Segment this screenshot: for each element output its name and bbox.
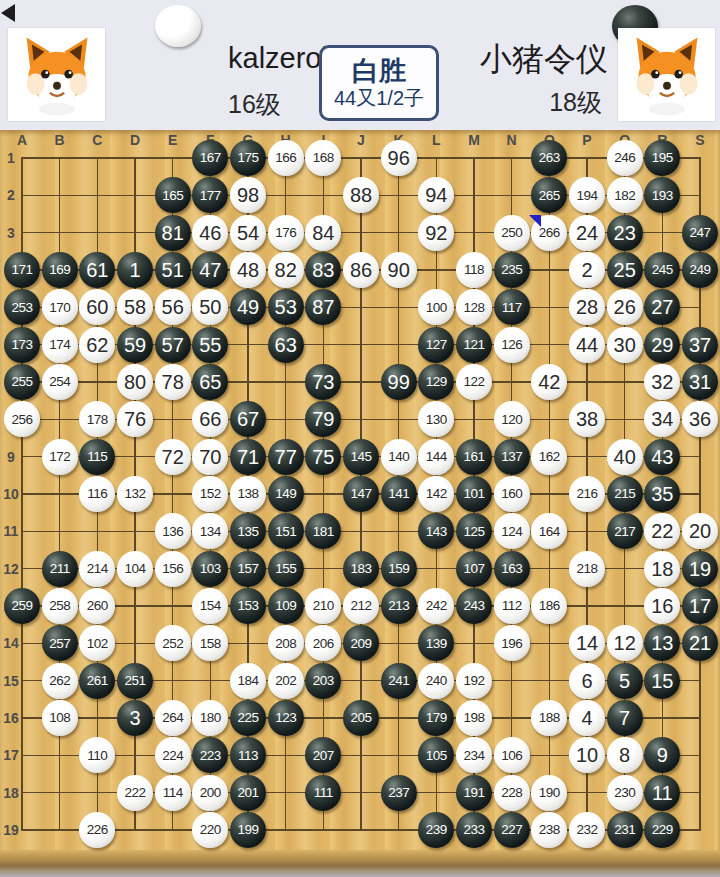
stone-S13: 17	[682, 588, 718, 624]
move-number: 175	[237, 151, 258, 165]
move-number: 106	[501, 749, 522, 763]
stone-B6: 174	[42, 327, 78, 363]
move-number: 130	[426, 413, 447, 427]
stone-S8: 36	[682, 401, 718, 437]
stone-K1: 96	[381, 140, 417, 176]
go-app-screen: kalzerobad 16级 白胜 44又1/2子 小猪令仪 18级	[0, 0, 720, 877]
stone-R1: 195	[644, 140, 680, 176]
move-number: 203	[313, 674, 334, 688]
move-number: 200	[200, 786, 221, 800]
stone-O13: 186	[531, 588, 567, 624]
move-number: 194	[576, 189, 597, 203]
stone-G12: 157	[230, 551, 266, 587]
move-number: 217	[614, 525, 635, 539]
move-number: 144	[426, 450, 447, 464]
move-number: 103	[200, 562, 221, 576]
move-number: 98	[237, 185, 259, 205]
stone-Q14: 12	[607, 625, 643, 661]
stone-G18: 201	[230, 775, 266, 811]
move-number: 121	[463, 338, 484, 352]
move-number: 120	[501, 413, 522, 427]
stone-C12: 214	[79, 551, 115, 587]
move-number: 207	[313, 749, 334, 763]
move-number: 231	[614, 823, 635, 837]
stone-K9: 140	[381, 439, 417, 475]
stone-J9: 145	[343, 439, 379, 475]
stone-R9: 43	[644, 439, 680, 475]
col-label-B: B	[55, 133, 65, 147]
move-number: 199	[237, 823, 258, 837]
row-label-12: 12	[3, 562, 19, 576]
stone-P14: 14	[569, 625, 605, 661]
move-number: 243	[463, 599, 484, 613]
stone-E9: 72	[155, 439, 191, 475]
stone-M10: 101	[456, 476, 492, 512]
stone-L17: 105	[418, 737, 454, 773]
move-number: 13	[651, 633, 673, 653]
move-number: 38	[576, 409, 598, 429]
stone-B13: 258	[42, 588, 78, 624]
stone-B9: 172	[42, 439, 78, 475]
stone-S14: 21	[682, 625, 718, 661]
stone-S4: 249	[682, 252, 718, 288]
stone-C14: 102	[79, 625, 115, 661]
stone-Q16: 7	[607, 700, 643, 736]
stone-R17: 9	[644, 737, 680, 773]
move-number: 54	[237, 223, 259, 243]
move-number: 167	[200, 151, 221, 165]
stone-E5: 56	[155, 289, 191, 325]
right-player-rank: 18级	[549, 86, 602, 119]
move-number: 154	[200, 599, 221, 613]
back-icon[interactable]	[1, 4, 15, 22]
stone-R15: 15	[644, 663, 680, 699]
stone-H5: 53	[268, 289, 304, 325]
col-label-C: C	[92, 133, 102, 147]
move-number: 65	[199, 372, 221, 392]
move-number: 75	[312, 447, 334, 467]
right-player-avatar[interactable]	[618, 28, 715, 121]
move-number: 2	[581, 260, 592, 280]
stone-L3: 92	[418, 215, 454, 251]
row-label-14: 14	[3, 636, 19, 650]
move-number: 108	[49, 711, 70, 725]
stone-L11: 143	[418, 513, 454, 549]
move-number: 53	[275, 297, 297, 317]
move-number: 176	[275, 226, 296, 240]
stone-D15: 251	[117, 663, 153, 699]
stone-F14: 158	[192, 625, 228, 661]
move-number: 114	[163, 786, 183, 800]
move-number: 196	[501, 637, 522, 651]
stone-N5: 117	[494, 289, 530, 325]
move-number: 151	[275, 525, 296, 539]
move-number: 56	[162, 297, 184, 317]
move-number: 14	[576, 633, 598, 653]
move-number: 122	[463, 375, 484, 389]
stone-D6: 59	[117, 327, 153, 363]
move-number: 46	[199, 223, 221, 243]
move-number: 266	[539, 226, 560, 240]
move-number: 61	[86, 260, 108, 280]
move-number: 72	[162, 447, 184, 467]
stone-P16: 4	[569, 700, 605, 736]
go-board[interactable]: ABCDEFGHIJKLMNOPQRS123456789101112131415…	[0, 130, 720, 877]
stone-E3: 81	[155, 215, 191, 251]
stone-J13: 212	[343, 588, 379, 624]
stone-B12: 211	[42, 551, 78, 587]
stone-M9: 161	[456, 439, 492, 475]
move-number: 224	[162, 749, 183, 763]
stone-D5: 58	[117, 289, 153, 325]
move-number: 100	[426, 301, 447, 315]
col-label-E: E	[168, 133, 177, 147]
stone-G5: 49	[230, 289, 266, 325]
move-number: 225	[237, 711, 258, 725]
stone-L10: 142	[418, 476, 454, 512]
move-number: 188	[539, 711, 560, 725]
stone-J4: 86	[343, 252, 379, 288]
move-number: 7	[619, 708, 630, 728]
move-number: 228	[501, 786, 522, 800]
stone-H13: 109	[268, 588, 304, 624]
stone-M18: 191	[456, 775, 492, 811]
move-number: 1	[129, 260, 140, 280]
col-label-L: L	[432, 133, 441, 147]
move-number: 140	[388, 450, 409, 464]
move-number: 178	[87, 413, 108, 427]
row-label-10: 10	[3, 487, 19, 501]
stone-N14: 196	[494, 625, 530, 661]
move-number: 250	[501, 226, 522, 240]
stone-J14: 209	[343, 625, 379, 661]
move-number: 252	[162, 637, 183, 651]
move-number: 238	[539, 823, 560, 837]
stone-S3: 247	[682, 215, 718, 251]
stone-I14: 206	[305, 625, 341, 661]
stone-F9: 70	[192, 439, 228, 475]
col-label-D: D	[130, 133, 140, 147]
stone-E4: 51	[155, 252, 191, 288]
move-number: 260	[87, 599, 108, 613]
stone-E18: 114	[155, 775, 191, 811]
stone-N13: 112	[494, 588, 530, 624]
move-number: 149	[275, 487, 296, 501]
move-number: 111	[314, 786, 333, 800]
move-number: 76	[124, 409, 146, 429]
move-number: 129	[426, 375, 447, 389]
move-number: 155	[275, 562, 296, 576]
move-number: 182	[614, 189, 635, 203]
stone-C6: 62	[79, 327, 115, 363]
move-number: 241	[388, 674, 409, 688]
move-number: 77	[275, 447, 297, 467]
move-number: 263	[539, 151, 560, 165]
stone-F19: 220	[192, 812, 228, 848]
stone-O9: 162	[531, 439, 567, 475]
move-number: 26	[614, 297, 636, 317]
fox-avatar-icon	[624, 32, 710, 118]
move-number: 9	[657, 745, 668, 765]
move-number: 160	[501, 487, 522, 501]
stone-O19: 238	[531, 812, 567, 848]
move-number: 218	[576, 562, 597, 576]
move-number: 94	[425, 185, 447, 205]
stone-Q1: 246	[607, 140, 643, 176]
move-number: 117	[502, 301, 522, 315]
stone-H4: 82	[268, 252, 304, 288]
stone-P17: 10	[569, 737, 605, 773]
move-number: 247	[689, 226, 710, 240]
move-number: 86	[350, 260, 372, 280]
move-number: 88	[350, 185, 372, 205]
stone-M16: 198	[456, 700, 492, 736]
stone-F16: 180	[192, 700, 228, 736]
stone-H15: 202	[268, 663, 304, 699]
stone-L5: 100	[418, 289, 454, 325]
stone-I7: 73	[305, 364, 341, 400]
move-number: 63	[275, 335, 297, 355]
move-number: 183	[350, 562, 371, 576]
move-number: 234	[463, 749, 484, 763]
stone-I1: 168	[305, 140, 341, 176]
move-number: 134	[200, 525, 221, 539]
row-label-16: 16	[3, 711, 19, 725]
stone-P15: 6	[569, 663, 605, 699]
stone-Q15: 5	[607, 663, 643, 699]
stone-F10: 152	[192, 476, 228, 512]
move-number: 239	[426, 823, 447, 837]
stone-Q2: 182	[607, 177, 643, 213]
stone-Q6: 30	[607, 327, 643, 363]
move-number: 158	[200, 637, 221, 651]
left-player-color-stone	[155, 5, 201, 47]
stone-M12: 107	[456, 551, 492, 587]
stone-D8: 76	[117, 401, 153, 437]
move-number: 10	[576, 745, 598, 765]
stone-N17: 106	[494, 737, 530, 773]
move-number: 35	[651, 484, 673, 504]
move-number: 128	[463, 301, 484, 315]
move-number: 165	[162, 189, 183, 203]
stone-A6: 173	[4, 327, 40, 363]
stone-L19: 239	[418, 812, 454, 848]
move-number: 42	[538, 372, 560, 392]
move-number: 233	[463, 823, 484, 837]
move-number: 105	[426, 749, 447, 763]
stone-G8: 67	[230, 401, 266, 437]
stone-D18: 222	[117, 775, 153, 811]
move-number: 83	[312, 260, 334, 280]
stone-N4: 235	[494, 252, 530, 288]
stone-L8: 130	[418, 401, 454, 437]
move-number: 5	[619, 671, 630, 691]
stone-M13: 243	[456, 588, 492, 624]
stone-H11: 151	[268, 513, 304, 549]
move-number: 30	[614, 335, 636, 355]
stone-E12: 156	[155, 551, 191, 587]
right-player-name: 小猪令仪	[480, 38, 608, 82]
move-number: 255	[11, 375, 32, 389]
stone-M7: 122	[456, 364, 492, 400]
move-number: 110	[87, 749, 107, 763]
stone-G17: 113	[230, 737, 266, 773]
stone-N10: 160	[494, 476, 530, 512]
move-number: 81	[162, 223, 184, 243]
move-number: 82	[275, 260, 297, 280]
move-number: 235	[501, 263, 522, 277]
move-number: 195	[652, 151, 673, 165]
stone-P19: 232	[569, 812, 605, 848]
move-number: 192	[463, 674, 484, 688]
stone-D7: 80	[117, 364, 153, 400]
stone-R2: 193	[644, 177, 680, 213]
move-number: 124	[501, 525, 522, 539]
stone-M4: 118	[456, 252, 492, 288]
move-number: 59	[124, 335, 146, 355]
move-number: 21	[689, 633, 711, 653]
stone-I3: 84	[305, 215, 341, 251]
stone-F13: 154	[192, 588, 228, 624]
stone-E6: 57	[155, 327, 191, 363]
stone-C10: 116	[79, 476, 115, 512]
move-number: 265	[539, 189, 560, 203]
move-number: 198	[463, 711, 484, 725]
row-label-19: 19	[3, 823, 19, 837]
stone-H16: 123	[268, 700, 304, 736]
stone-R10: 35	[644, 476, 680, 512]
stone-O16: 188	[531, 700, 567, 736]
stone-B7: 254	[42, 364, 78, 400]
fox-avatar-icon	[14, 32, 100, 118]
row-label-3: 3	[7, 226, 15, 240]
move-number: 55	[199, 335, 221, 355]
move-number: 50	[199, 297, 221, 317]
stone-K18: 237	[381, 775, 417, 811]
move-number: 168	[313, 151, 334, 165]
stone-K10: 141	[381, 476, 417, 512]
stone-O2: 265	[531, 177, 567, 213]
col-label-M: M	[468, 133, 480, 147]
move-number: 66	[199, 409, 221, 429]
stone-B5: 170	[42, 289, 78, 325]
stone-R19: 229	[644, 812, 680, 848]
move-number: 57	[162, 335, 184, 355]
move-number: 102	[87, 637, 108, 651]
move-number: 172	[49, 450, 70, 464]
move-number: 36	[689, 409, 711, 429]
move-number: 208	[275, 637, 296, 651]
stone-F2: 177	[192, 177, 228, 213]
stone-S7: 31	[682, 364, 718, 400]
move-number: 20	[689, 521, 711, 541]
row-label-15: 15	[3, 674, 19, 688]
col-label-P: P	[582, 133, 591, 147]
stone-F1: 167	[192, 140, 228, 176]
move-number: 156	[162, 562, 183, 576]
move-number: 179	[426, 711, 447, 725]
stone-H6: 63	[268, 327, 304, 363]
move-number: 240	[426, 674, 447, 688]
move-number: 34	[651, 409, 673, 429]
move-number: 32	[651, 372, 673, 392]
stone-A8: 256	[4, 401, 40, 437]
left-player-avatar[interactable]	[8, 28, 105, 121]
move-number: 230	[614, 786, 635, 800]
move-number: 262	[49, 674, 70, 688]
move-number: 11	[652, 783, 673, 803]
move-number: 174	[49, 338, 70, 352]
stone-L2: 94	[418, 177, 454, 213]
stone-C8: 178	[79, 401, 115, 437]
move-number: 220	[200, 823, 221, 837]
move-number: 67	[237, 409, 259, 429]
stone-K13: 213	[381, 588, 417, 624]
stone-J12: 183	[343, 551, 379, 587]
stone-D16: 3	[117, 700, 153, 736]
stone-R6: 29	[644, 327, 680, 363]
stone-C9: 115	[79, 439, 115, 475]
stone-H14: 208	[268, 625, 304, 661]
move-number: 157	[237, 562, 258, 576]
move-number: 24	[576, 223, 598, 243]
stone-M5: 128	[456, 289, 492, 325]
stone-G10: 138	[230, 476, 266, 512]
move-number: 125	[463, 525, 484, 539]
move-number: 184	[237, 674, 258, 688]
stone-Q10: 215	[607, 476, 643, 512]
row-label-18: 18	[3, 786, 19, 800]
move-number: 142	[426, 487, 447, 501]
stone-G3: 54	[230, 215, 266, 251]
move-number: 112	[502, 599, 522, 613]
stone-M15: 192	[456, 663, 492, 699]
stone-A13: 259	[4, 588, 40, 624]
move-number: 123	[275, 711, 296, 725]
stone-G1: 175	[230, 140, 266, 176]
move-number: 159	[388, 562, 409, 576]
stone-P4: 2	[569, 252, 605, 288]
move-number: 22	[651, 521, 673, 541]
stone-R14: 13	[644, 625, 680, 661]
move-number: 152	[200, 487, 221, 501]
stone-F6: 55	[192, 327, 228, 363]
move-number: 60	[86, 297, 108, 317]
stone-N11: 124	[494, 513, 530, 549]
stone-D10: 132	[117, 476, 153, 512]
col-label-S: S	[695, 133, 704, 147]
stone-M11: 125	[456, 513, 492, 549]
stone-K12: 159	[381, 551, 417, 587]
move-number: 17	[689, 596, 711, 616]
stone-L6: 127	[418, 327, 454, 363]
stone-N18: 228	[494, 775, 530, 811]
move-number: 180	[200, 711, 221, 725]
move-number: 58	[124, 297, 146, 317]
stone-F17: 223	[192, 737, 228, 773]
stone-N9: 137	[494, 439, 530, 475]
move-number: 48	[237, 260, 259, 280]
stone-N19: 227	[494, 812, 530, 848]
stone-A4: 171	[4, 252, 40, 288]
result-winner-label: 白胜	[352, 56, 406, 86]
move-number: 139	[426, 637, 447, 651]
move-number: 99	[388, 372, 410, 392]
move-number: 87	[312, 297, 334, 317]
stone-J16: 205	[343, 700, 379, 736]
stone-I13: 210	[305, 588, 341, 624]
stone-E2: 165	[155, 177, 191, 213]
